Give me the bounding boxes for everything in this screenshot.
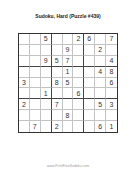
cell-r2c5[interactable]: 9 [63, 45, 74, 56]
cell-r3c5[interactable]: 7 [63, 56, 74, 67]
cell-r1c1[interactable] [19, 34, 30, 45]
cell-r4c4[interactable] [52, 67, 63, 78]
cell-r4c9[interactable]: 8 [106, 67, 117, 78]
cell-r8c2[interactable] [30, 110, 41, 121]
cell-r7c3[interactable] [41, 99, 52, 110]
cell-r9c7[interactable] [84, 121, 95, 132]
cell-r5c1[interactable]: 3 [19, 78, 30, 89]
cell-r4c2[interactable] [30, 67, 41, 78]
cell-r5c6[interactable] [73, 78, 84, 89]
cell-r1c2[interactable] [30, 34, 41, 45]
cell-r9c3[interactable] [41, 121, 52, 132]
cell-r2c4[interactable] [52, 45, 63, 56]
cell-r4c6[interactable] [73, 67, 84, 78]
cell-r4c3[interactable] [41, 67, 52, 78]
cell-r8c1[interactable] [19, 110, 30, 121]
sudoku-page: Sudoku, Hard (Puzzle #439) 5267929574148… [0, 0, 136, 176]
cell-r5c4[interactable]: 8 [52, 78, 63, 89]
cell-r9c5[interactable] [63, 121, 74, 132]
cell-r2c8[interactable]: 2 [95, 45, 106, 56]
cell-r2c2[interactable] [30, 45, 41, 56]
cell-r2c9[interactable] [106, 45, 117, 56]
page-title: Sudoku, Hard (Puzzle #439) [0, 13, 136, 19]
cell-r4c1[interactable] [19, 67, 30, 78]
cell-r5c9[interactable]: 6 [106, 78, 117, 89]
cell-r9c6[interactable] [73, 121, 84, 132]
cell-r9c9[interactable]: 1 [106, 121, 117, 132]
cell-r2c1[interactable] [19, 45, 30, 56]
cell-r8c7[interactable] [84, 110, 95, 121]
cell-r8c6[interactable] [73, 110, 84, 121]
cell-r6c1[interactable] [19, 88, 30, 99]
cell-r6c8[interactable] [95, 88, 106, 99]
cell-r3c4[interactable]: 5 [52, 56, 63, 67]
cell-r7c8[interactable]: 5 [95, 99, 106, 110]
cell-r6c5[interactable] [63, 88, 74, 99]
cell-r7c1[interactable]: 2 [19, 99, 30, 110]
cell-r3c9[interactable]: 4 [106, 56, 117, 67]
cell-r9c2[interactable]: 7 [30, 121, 41, 132]
cell-r2c7[interactable] [84, 45, 95, 56]
cell-r1c9[interactable]: 7 [106, 34, 117, 45]
cell-r3c8[interactable] [95, 56, 106, 67]
cell-r7c4[interactable]: 7 [52, 99, 63, 110]
sudoku-board: 5267929574148385616275387261 [18, 33, 118, 133]
cell-r6c3[interactable]: 1 [41, 88, 52, 99]
cell-r6c2[interactable] [30, 88, 41, 99]
cell-r9c4[interactable]: 2 [52, 121, 63, 132]
cell-r3c6[interactable] [73, 56, 84, 67]
cell-r6c6[interactable]: 6 [73, 88, 84, 99]
cell-r3c2[interactable] [30, 56, 41, 67]
cell-r8c9[interactable] [106, 110, 117, 121]
cell-r5c5[interactable]: 5 [63, 78, 74, 89]
cell-r2c3[interactable] [41, 45, 52, 56]
cell-r1c3[interactable]: 5 [41, 34, 52, 45]
cell-r7c7[interactable] [84, 99, 95, 110]
cell-r7c9[interactable]: 3 [106, 99, 117, 110]
cell-r6c9[interactable] [106, 88, 117, 99]
footer-url: www.PrintFreeSudoku.com [0, 164, 136, 168]
cell-r4c8[interactable]: 4 [95, 67, 106, 78]
cell-r5c3[interactable] [41, 78, 52, 89]
cell-r5c7[interactable] [84, 78, 95, 89]
cell-r8c5[interactable]: 8 [63, 110, 74, 121]
cell-r5c8[interactable] [95, 78, 106, 89]
cell-r1c7[interactable]: 6 [84, 34, 95, 45]
cell-r9c1[interactable] [19, 121, 30, 132]
cell-r8c4[interactable] [52, 110, 63, 121]
cell-r7c6[interactable] [73, 99, 84, 110]
cell-r8c3[interactable] [41, 110, 52, 121]
cell-r4c5[interactable]: 1 [63, 67, 74, 78]
cell-r2c6[interactable] [73, 45, 84, 56]
cell-r7c2[interactable] [30, 99, 41, 110]
cell-r1c4[interactable] [52, 34, 63, 45]
cell-r1c6[interactable]: 2 [73, 34, 84, 45]
cell-r3c3[interactable]: 9 [41, 56, 52, 67]
cell-r4c7[interactable] [84, 67, 95, 78]
cell-r9c8[interactable]: 6 [95, 121, 106, 132]
cell-r1c8[interactable] [95, 34, 106, 45]
cell-r3c7[interactable] [84, 56, 95, 67]
cell-r7c5[interactable] [63, 99, 74, 110]
cell-r6c7[interactable] [84, 88, 95, 99]
cell-r5c2[interactable] [30, 78, 41, 89]
cell-r8c8[interactable] [95, 110, 106, 121]
cell-r3c1[interactable] [19, 56, 30, 67]
cell-r6c4[interactable] [52, 88, 63, 99]
cell-r1c5[interactable] [63, 34, 74, 45]
